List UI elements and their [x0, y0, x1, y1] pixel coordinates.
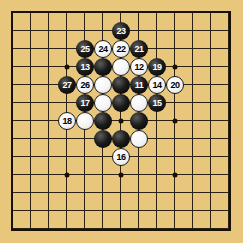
stone-white[interactable]: [130, 130, 148, 148]
stone-black-11[interactable]: 11: [130, 76, 148, 94]
star-point: [173, 119, 178, 124]
stone-white[interactable]: [76, 112, 94, 130]
stone-black[interactable]: [112, 76, 130, 94]
stone-white-16[interactable]: 16: [112, 148, 130, 166]
stone-white-26[interactable]: 26: [76, 76, 94, 94]
stone-black-21[interactable]: 21: [130, 40, 148, 58]
stone-black[interactable]: [130, 112, 148, 130]
star-point: [119, 173, 124, 178]
stone-black-25[interactable]: 25: [76, 40, 94, 58]
stone-white-12[interactable]: 12: [130, 58, 148, 76]
star-point: [173, 65, 178, 70]
stone-black-17[interactable]: 17: [76, 94, 94, 112]
stone-black[interactable]: [94, 112, 112, 130]
stone-black-19[interactable]: 19: [148, 58, 166, 76]
stone-white[interactable]: [94, 94, 112, 112]
stone-black[interactable]: [94, 58, 112, 76]
go-diagram-page: 2325242221131219272611142017151816: [0, 0, 243, 243]
stone-black[interactable]: [112, 94, 130, 112]
stone-white[interactable]: [130, 94, 148, 112]
stone-white[interactable]: [94, 76, 112, 94]
stone-black-15[interactable]: 15: [148, 94, 166, 112]
stone-black[interactable]: [112, 130, 130, 148]
star-point: [173, 173, 178, 178]
star-point: [65, 173, 70, 178]
stone-white-22[interactable]: 22: [112, 40, 130, 58]
stone-black-27[interactable]: 27: [58, 76, 76, 94]
go-board[interactable]: 2325242221131219272611142017151816: [4, 4, 238, 238]
stone-white-18[interactable]: 18: [58, 112, 76, 130]
stone-black[interactable]: [94, 130, 112, 148]
star-point: [65, 65, 70, 70]
stone-black-13[interactable]: 13: [76, 58, 94, 76]
stone-white-20[interactable]: 20: [166, 76, 184, 94]
stone-white[interactable]: [112, 58, 130, 76]
stone-black-23[interactable]: 23: [112, 22, 130, 40]
stone-white-24[interactable]: 24: [94, 40, 112, 58]
star-point: [119, 119, 124, 124]
stone-white-14[interactable]: 14: [148, 76, 166, 94]
